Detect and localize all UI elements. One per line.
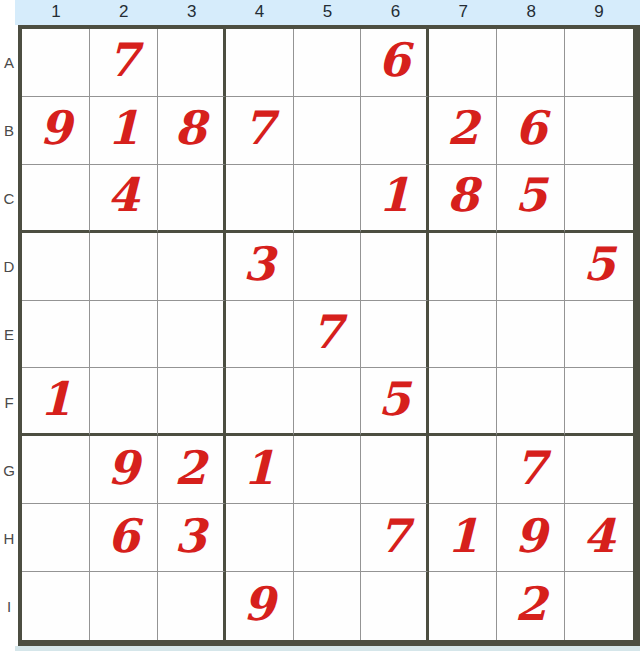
cell-H5[interactable] bbox=[294, 504, 362, 572]
column-label-2: 2 bbox=[90, 0, 158, 24]
column-label-6: 6 bbox=[361, 0, 429, 24]
column-label-5: 5 bbox=[294, 0, 362, 24]
cell-D6[interactable] bbox=[361, 233, 429, 301]
row-label-column: A B C D E F G H I bbox=[0, 29, 18, 640]
cell-F1[interactable]: 1 bbox=[22, 368, 90, 436]
cell-G6[interactable] bbox=[361, 436, 429, 504]
given-digit: 7 bbox=[515, 445, 547, 495]
given-digit: 9 bbox=[243, 581, 275, 631]
cell-H2[interactable]: 6 bbox=[90, 504, 158, 572]
cell-E9[interactable] bbox=[565, 301, 633, 369]
cell-C1[interactable] bbox=[22, 165, 90, 233]
cell-I5[interactable] bbox=[294, 572, 362, 640]
cell-B8[interactable]: 6 bbox=[497, 97, 565, 165]
cell-B7[interactable]: 2 bbox=[429, 97, 497, 165]
cell-G8[interactable]: 7 bbox=[497, 436, 565, 504]
given-digit: 1 bbox=[447, 513, 479, 563]
column-label-9: 9 bbox=[565, 0, 633, 24]
cell-D5[interactable] bbox=[294, 233, 362, 301]
cell-E7[interactable] bbox=[429, 301, 497, 369]
cell-G1[interactable] bbox=[22, 436, 90, 504]
given-digit: 6 bbox=[515, 105, 547, 155]
cell-H6[interactable]: 7 bbox=[361, 504, 429, 572]
cell-C4[interactable] bbox=[226, 165, 294, 233]
cell-G9[interactable] bbox=[565, 436, 633, 504]
cell-D9[interactable]: 5 bbox=[565, 233, 633, 301]
cell-G3[interactable]: 2 bbox=[158, 436, 226, 504]
column-header-labels: 1 2 3 4 5 6 7 8 9 bbox=[22, 0, 633, 24]
cell-F7[interactable] bbox=[429, 368, 497, 436]
bottom-strip bbox=[15, 646, 640, 651]
given-digit: 6 bbox=[378, 37, 410, 87]
cell-E4[interactable] bbox=[226, 301, 294, 369]
cell-I1[interactable] bbox=[22, 572, 90, 640]
cell-B6[interactable] bbox=[361, 97, 429, 165]
cell-C2[interactable]: 4 bbox=[90, 165, 158, 233]
given-digit: 2 bbox=[447, 105, 479, 155]
cell-A6[interactable]: 6 bbox=[361, 29, 429, 97]
cell-B5[interactable] bbox=[294, 97, 362, 165]
cell-E1[interactable] bbox=[22, 301, 90, 369]
column-label-8: 8 bbox=[497, 0, 565, 24]
given-digit: 5 bbox=[378, 376, 410, 426]
cell-G7[interactable] bbox=[429, 436, 497, 504]
given-digit: 2 bbox=[174, 445, 206, 495]
row-label-E: E bbox=[0, 301, 18, 369]
cell-B1[interactable]: 9 bbox=[22, 97, 90, 165]
cell-B9[interactable] bbox=[565, 97, 633, 165]
cell-D8[interactable] bbox=[497, 233, 565, 301]
given-digit: 5 bbox=[515, 172, 547, 222]
row-label-H: H bbox=[0, 504, 18, 572]
cell-B4[interactable]: 7 bbox=[226, 97, 294, 165]
cell-A1[interactable] bbox=[22, 29, 90, 97]
given-digit: 1 bbox=[378, 172, 410, 222]
cell-B3[interactable]: 8 bbox=[158, 97, 226, 165]
cell-A5[interactable] bbox=[294, 29, 362, 97]
given-digit: 8 bbox=[174, 105, 206, 155]
cell-D7[interactable] bbox=[429, 233, 497, 301]
cell-E8[interactable] bbox=[497, 301, 565, 369]
given-digit: 9 bbox=[515, 513, 547, 563]
cell-F8[interactable] bbox=[497, 368, 565, 436]
cell-C7[interactable]: 8 bbox=[429, 165, 497, 233]
sudoku-board: 76918726418535715921763719492 bbox=[18, 25, 640, 646]
given-digit: 1 bbox=[107, 105, 139, 155]
given-digit: 7 bbox=[311, 309, 343, 359]
given-digit: 7 bbox=[107, 37, 139, 87]
cell-D1[interactable] bbox=[22, 233, 90, 301]
given-digit: 4 bbox=[583, 513, 615, 563]
cell-C9[interactable] bbox=[565, 165, 633, 233]
given-digit: 1 bbox=[243, 445, 275, 495]
cell-F2[interactable] bbox=[90, 368, 158, 436]
cell-I7[interactable] bbox=[429, 572, 497, 640]
cell-G4[interactable]: 1 bbox=[226, 436, 294, 504]
cell-A8[interactable] bbox=[497, 29, 565, 97]
cell-D2[interactable] bbox=[90, 233, 158, 301]
cell-A3[interactable] bbox=[158, 29, 226, 97]
cell-F3[interactable] bbox=[158, 368, 226, 436]
cell-B2[interactable]: 1 bbox=[90, 97, 158, 165]
cell-E5[interactable]: 7 bbox=[294, 301, 362, 369]
cell-F6[interactable]: 5 bbox=[361, 368, 429, 436]
row-label-B: B bbox=[0, 97, 18, 165]
column-label-4: 4 bbox=[226, 0, 294, 24]
row-label-C: C bbox=[0, 165, 18, 233]
given-digit: 6 bbox=[107, 513, 139, 563]
cell-G5[interactable] bbox=[294, 436, 362, 504]
cell-H9[interactable]: 4 bbox=[565, 504, 633, 572]
column-label-3: 3 bbox=[158, 0, 226, 24]
column-label-7: 7 bbox=[429, 0, 497, 24]
given-digit: 5 bbox=[583, 241, 615, 291]
cell-A9[interactable] bbox=[565, 29, 633, 97]
cell-I3[interactable] bbox=[158, 572, 226, 640]
cell-C5[interactable] bbox=[294, 165, 362, 233]
cell-H3[interactable]: 3 bbox=[158, 504, 226, 572]
cell-F4[interactable] bbox=[226, 368, 294, 436]
given-digit: 2 bbox=[515, 581, 547, 631]
cell-H7[interactable]: 1 bbox=[429, 504, 497, 572]
cell-A7[interactable] bbox=[429, 29, 497, 97]
cell-I9[interactable] bbox=[565, 572, 633, 640]
given-digit: 8 bbox=[447, 172, 479, 222]
cell-A4[interactable] bbox=[226, 29, 294, 97]
cell-I4[interactable]: 9 bbox=[226, 572, 294, 640]
cell-I2[interactable] bbox=[90, 572, 158, 640]
cell-C6[interactable]: 1 bbox=[361, 165, 429, 233]
cell-E6[interactable] bbox=[361, 301, 429, 369]
cell-E2[interactable] bbox=[90, 301, 158, 369]
given-digit: 9 bbox=[107, 445, 139, 495]
cell-H1[interactable] bbox=[22, 504, 90, 572]
cell-H4[interactable] bbox=[226, 504, 294, 572]
given-digit: 4 bbox=[107, 172, 139, 222]
cell-D3[interactable] bbox=[158, 233, 226, 301]
cell-I6[interactable] bbox=[361, 572, 429, 640]
given-digit: 7 bbox=[378, 513, 410, 563]
row-label-F: F bbox=[0, 368, 18, 436]
row-label-I: I bbox=[0, 572, 18, 640]
row-label-D: D bbox=[0, 233, 18, 301]
column-label-1: 1 bbox=[22, 0, 90, 24]
cell-C8[interactable]: 5 bbox=[497, 165, 565, 233]
given-digit: 3 bbox=[174, 513, 206, 563]
given-digit: 9 bbox=[39, 105, 71, 155]
cell-F9[interactable] bbox=[565, 368, 633, 436]
cell-I8[interactable]: 2 bbox=[497, 572, 565, 640]
cell-H8[interactable]: 9 bbox=[497, 504, 565, 572]
row-label-G: G bbox=[0, 436, 18, 504]
given-digit: 3 bbox=[243, 241, 275, 291]
row-label-A: A bbox=[0, 29, 18, 97]
cell-E3[interactable] bbox=[158, 301, 226, 369]
cell-F5[interactable] bbox=[294, 368, 362, 436]
given-digit: 1 bbox=[39, 376, 71, 426]
given-digit: 7 bbox=[243, 105, 275, 155]
cell-D4[interactable]: 3 bbox=[226, 233, 294, 301]
cell-A2[interactable]: 7 bbox=[90, 29, 158, 97]
cell-G2[interactable]: 9 bbox=[90, 436, 158, 504]
cell-C3[interactable] bbox=[158, 165, 226, 233]
